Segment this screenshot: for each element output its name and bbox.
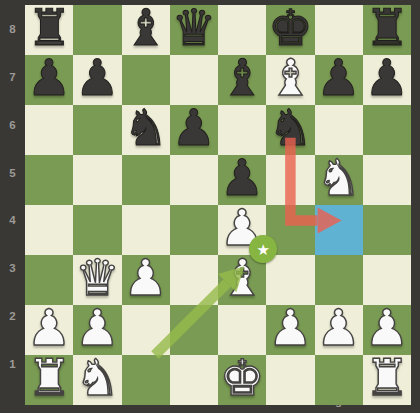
white-rook-a1[interactable]: ♜ [27,353,72,403]
square-h8[interactable]: ♜ [363,5,411,55]
square-d2[interactable] [170,305,218,355]
square-f5[interactable] [266,155,314,205]
square-c5[interactable] [122,155,170,205]
black-pawn-e5[interactable]: ♟ [220,153,265,203]
square-e4[interactable]: ♟ [218,205,266,255]
white-knight-b1[interactable]: ♞ [75,353,120,403]
square-e7[interactable]: ♝ [218,55,266,105]
white-rook-h1[interactable]: ♜ [364,353,409,403]
white-pawn-b2[interactable]: ♟ [75,303,120,353]
square-b7[interactable]: ♟ [73,55,121,105]
black-pawn-h7[interactable]: ♟ [364,53,409,103]
black-pawn-a7[interactable]: ♟ [27,53,72,103]
square-c3[interactable]: ♟ [122,255,170,305]
chess-analysis-board: 87654321 abcdefgh ♜♝♛♚♜♟♟♝♝♟♟♞♟♞♟♞♟♛♟♝♟♟… [0,0,420,413]
square-g6[interactable] [315,105,363,155]
square-c4[interactable] [122,205,170,255]
square-f4[interactable] [266,205,314,255]
square-g5[interactable]: ♞ [315,155,363,205]
square-b5[interactable] [73,155,121,205]
square-h1[interactable]: ♜ [363,355,411,405]
rank-label-7: 7 [0,53,25,101]
square-g1[interactable] [315,355,363,405]
square-e6[interactable] [218,105,266,155]
square-a4[interactable] [25,205,73,255]
square-d5[interactable] [170,155,218,205]
square-c8[interactable]: ♝ [122,5,170,55]
black-pawn-g7[interactable]: ♟ [316,53,361,103]
square-a5[interactable] [25,155,73,205]
square-d6[interactable]: ♟ [170,105,218,155]
black-bishop-e7[interactable]: ♝ [220,53,265,103]
square-c7[interactable] [122,55,170,105]
black-queen-d8[interactable]: ♛ [171,3,216,53]
rank-label-8: 8 [0,5,25,53]
rank-label-1: 1 [0,340,25,388]
white-pawn-e4[interactable]: ♟ [220,203,265,253]
black-rook-h8[interactable]: ♜ [364,3,409,53]
square-h6[interactable] [363,105,411,155]
black-pawn-d6[interactable]: ♟ [171,103,216,153]
white-king-e1[interactable]: ♚ [220,353,265,403]
white-pawn-g2[interactable]: ♟ [316,303,361,353]
white-knight-g5[interactable]: ♞ [316,153,361,203]
black-knight-f6[interactable]: ♞ [268,103,313,153]
black-knight-c6[interactable]: ♞ [123,103,168,153]
square-e2[interactable] [218,305,266,355]
rank-label-6: 6 [0,101,25,149]
square-e8[interactable] [218,5,266,55]
square-b8[interactable] [73,5,121,55]
square-f2[interactable]: ♟ [266,305,314,355]
square-g8[interactable] [315,5,363,55]
square-a2[interactable]: ♟ [25,305,73,355]
black-pawn-b7[interactable]: ♟ [75,53,120,103]
square-f3[interactable] [266,255,314,305]
white-pawn-f2[interactable]: ♟ [268,303,313,353]
square-f7[interactable]: ♝ [266,55,314,105]
rank-label-5: 5 [0,149,25,197]
black-rook-a8[interactable]: ♜ [27,3,72,53]
square-d1[interactable] [170,355,218,405]
square-a6[interactable] [25,105,73,155]
square-d4[interactable] [170,205,218,255]
white-queen-b3[interactable]: ♛ [75,253,120,303]
square-d8[interactable]: ♛ [170,5,218,55]
square-a7[interactable]: ♟ [25,55,73,105]
black-bishop-c8[interactable]: ♝ [123,3,168,53]
square-g7[interactable]: ♟ [315,55,363,105]
square-a1[interactable]: ♜ [25,355,73,405]
square-b3[interactable]: ♛ [73,255,121,305]
white-bishop-e3[interactable]: ♝ [220,253,265,303]
square-d7[interactable] [170,55,218,105]
square-g4[interactable] [315,205,363,255]
white-pawn-a2[interactable]: ♟ [27,303,72,353]
square-h3[interactable] [363,255,411,305]
square-g3[interactable] [315,255,363,305]
square-h2[interactable]: ♟ [363,305,411,355]
square-b6[interactable] [73,105,121,155]
square-b2[interactable]: ♟ [73,305,121,355]
square-e5[interactable]: ♟ [218,155,266,205]
rank-label-3: 3 [0,244,25,292]
square-b4[interactable] [73,205,121,255]
square-f6[interactable]: ♞ [266,105,314,155]
white-bishop-f7[interactable]: ♝ [268,53,313,103]
square-b1[interactable]: ♞ [73,355,121,405]
white-pawn-h2[interactable]: ♟ [364,303,409,353]
square-c2[interactable] [122,305,170,355]
square-e1[interactable]: ♚ [218,355,266,405]
square-f8[interactable]: ♚ [266,5,314,55]
square-h7[interactable]: ♟ [363,55,411,105]
square-g2[interactable]: ♟ [315,305,363,355]
white-pawn-c3[interactable]: ♟ [123,253,168,303]
square-f1[interactable] [266,355,314,405]
black-king-f8[interactable]: ♚ [268,3,313,53]
square-e3[interactable]: ♝ [218,255,266,305]
square-d3[interactable] [170,255,218,305]
rank-label-2: 2 [0,292,25,340]
square-c6[interactable]: ♞ [122,105,170,155]
rank-label-4: 4 [0,197,25,245]
rank-labels: 87654321 [0,5,25,388]
chess-board[interactable]: ♜♝♛♚♜♟♟♝♝♟♟♞♟♞♟♞♟♛♟♝♟♟♟♟♟♜♞♚♜ [25,5,411,388]
square-a8[interactable]: ♜ [25,5,73,55]
square-a3[interactable] [25,255,73,305]
square-c1[interactable] [122,355,170,405]
square-h5[interactable] [363,155,411,205]
square-h4[interactable] [363,205,411,255]
